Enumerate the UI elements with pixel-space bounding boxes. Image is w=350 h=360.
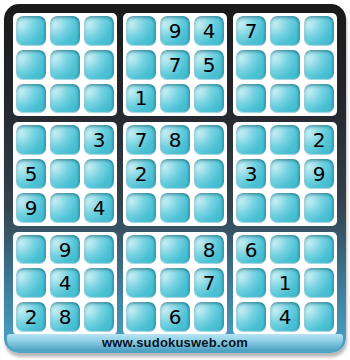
cell-r2c1[interactable]	[16, 50, 46, 80]
cell-r5c6[interactable]	[194, 159, 224, 189]
cell-r7c5[interactable]	[160, 235, 190, 265]
cell-r7c4[interactable]	[126, 235, 156, 265]
box-3-1: 9428	[13, 232, 117, 335]
cell-r8c1[interactable]	[16, 268, 46, 298]
cell-r5c5[interactable]	[160, 159, 190, 189]
cell-r6c4[interactable]	[126, 193, 156, 223]
cell-r2c7[interactable]	[236, 50, 266, 80]
cell-r8c4[interactable]	[126, 268, 156, 298]
cell-r1c4[interactable]	[126, 16, 156, 46]
cell-r7c9[interactable]	[304, 235, 334, 265]
cell-r9c4[interactable]	[126, 302, 156, 332]
cell-r3c7[interactable]	[236, 84, 266, 114]
cell-r4c5[interactable]: 8	[160, 125, 190, 155]
cell-r3c4[interactable]: 1	[126, 84, 156, 114]
box-2-3: 239	[233, 122, 337, 225]
cell-r3c9[interactable]	[304, 84, 334, 114]
cell-r1c5[interactable]: 9	[160, 16, 190, 46]
cell-r9c8[interactable]: 4	[270, 302, 300, 332]
box-1-3: 7	[233, 13, 337, 116]
cell-r4c6[interactable]	[194, 125, 224, 155]
cell-r6c5[interactable]	[160, 193, 190, 223]
cell-r8c9[interactable]	[304, 268, 334, 298]
board-frame: 94751735947822399428876614 www.sudokuswe…	[4, 4, 346, 353]
box-3-2: 876	[123, 232, 227, 335]
cell-r8c8[interactable]: 1	[270, 268, 300, 298]
cell-r7c6[interactable]: 8	[194, 235, 224, 265]
cell-r7c1[interactable]	[16, 235, 46, 265]
cell-r3c2[interactable]	[50, 84, 80, 114]
cell-r3c3[interactable]	[84, 84, 114, 114]
sudoku-board: 94751735947822399428876614	[13, 13, 337, 335]
cell-r2c6[interactable]: 5	[194, 50, 224, 80]
cell-r6c7[interactable]	[236, 193, 266, 223]
cell-r6c8[interactable]	[270, 193, 300, 223]
site-url-label: www.sudokusweb.com	[102, 335, 248, 350]
cell-r2c5[interactable]: 7	[160, 50, 190, 80]
cell-r1c2[interactable]	[50, 16, 80, 46]
cell-r4c8[interactable]	[270, 125, 300, 155]
cell-r9c2[interactable]: 8	[50, 302, 80, 332]
cell-r7c3[interactable]	[84, 235, 114, 265]
cell-r9c6[interactable]	[194, 302, 224, 332]
cell-r3c8[interactable]	[270, 84, 300, 114]
cell-r3c6[interactable]	[194, 84, 224, 114]
sudoku-app: 94751735947822399428876614 www.sudokuswe…	[0, 0, 350, 360]
cell-r8c5[interactable]	[160, 268, 190, 298]
box-1-2: 94751	[123, 13, 227, 116]
footer-banner[interactable]: www.sudokusweb.com	[7, 334, 343, 351]
cell-r5c7[interactable]: 3	[236, 159, 266, 189]
cell-r3c1[interactable]	[16, 84, 46, 114]
box-1-1	[13, 13, 117, 116]
cell-r5c9[interactable]: 9	[304, 159, 334, 189]
cell-r7c8[interactable]	[270, 235, 300, 265]
cell-r9c9[interactable]	[304, 302, 334, 332]
cell-r9c1[interactable]: 2	[16, 302, 46, 332]
cell-r1c8[interactable]	[270, 16, 300, 46]
cell-r5c8[interactable]	[270, 159, 300, 189]
box-2-2: 782	[123, 122, 227, 225]
cell-r4c3[interactable]: 3	[84, 125, 114, 155]
cell-r1c1[interactable]	[16, 16, 46, 46]
cell-r5c1[interactable]: 5	[16, 159, 46, 189]
cell-r9c5[interactable]: 6	[160, 302, 190, 332]
box-2-1: 3594	[13, 122, 117, 225]
cell-r8c3[interactable]	[84, 268, 114, 298]
cell-r4c7[interactable]	[236, 125, 266, 155]
cell-r4c4[interactable]: 7	[126, 125, 156, 155]
cell-r1c7[interactable]: 7	[236, 16, 266, 46]
cell-r6c2[interactable]	[50, 193, 80, 223]
cell-r2c4[interactable]	[126, 50, 156, 80]
cell-r9c7[interactable]	[236, 302, 266, 332]
cell-r5c4[interactable]: 2	[126, 159, 156, 189]
box-3-3: 614	[233, 232, 337, 335]
cell-r3c5[interactable]	[160, 84, 190, 114]
cell-r4c2[interactable]	[50, 125, 80, 155]
cell-r5c3[interactable]	[84, 159, 114, 189]
cell-r8c2[interactable]: 4	[50, 268, 80, 298]
cell-r6c1[interactable]: 9	[16, 193, 46, 223]
cell-r2c9[interactable]	[304, 50, 334, 80]
cell-r9c3[interactable]	[84, 302, 114, 332]
cell-r8c7[interactable]	[236, 268, 266, 298]
cell-r4c1[interactable]	[16, 125, 46, 155]
cell-r1c6[interactable]: 4	[194, 16, 224, 46]
cell-r6c6[interactable]	[194, 193, 224, 223]
cell-r8c6[interactable]: 7	[194, 268, 224, 298]
cell-r7c7[interactable]: 6	[236, 235, 266, 265]
cell-r1c3[interactable]	[84, 16, 114, 46]
cell-r2c2[interactable]	[50, 50, 80, 80]
cell-r6c3[interactable]: 4	[84, 193, 114, 223]
cell-r2c8[interactable]	[270, 50, 300, 80]
cell-r2c3[interactable]	[84, 50, 114, 80]
cell-r4c9[interactable]: 2	[304, 125, 334, 155]
cell-r6c9[interactable]	[304, 193, 334, 223]
cell-r1c9[interactable]	[304, 16, 334, 46]
cell-r5c2[interactable]	[50, 159, 80, 189]
cell-r7c2[interactable]: 9	[50, 235, 80, 265]
